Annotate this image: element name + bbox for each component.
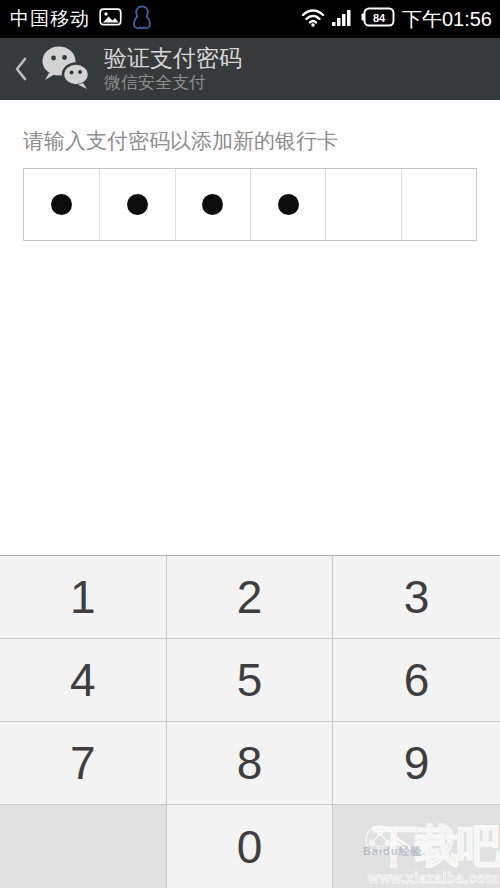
qq-icon	[131, 4, 153, 35]
watermark-title: 下载吧	[373, 824, 499, 868]
password-prompt: 请输入支付密码以添加新的银行卡	[23, 127, 477, 155]
password-digit-cell	[325, 169, 400, 240]
key-4[interactable]: 4	[0, 639, 167, 722]
back-button[interactable]	[12, 54, 30, 84]
watermark-logo-icon	[359, 820, 401, 874]
key-1[interactable]: 1	[0, 556, 167, 639]
password-digit-cell	[250, 169, 325, 240]
password-dot	[278, 194, 299, 215]
status-bar: 中国移动	[0, 0, 500, 38]
password-digit-cell	[401, 169, 476, 240]
key-3[interactable]: 3	[333, 556, 500, 639]
page-subtitle: 微信安全支付	[104, 72, 242, 93]
wifi-icon	[301, 8, 325, 31]
key-5[interactable]: 5	[167, 639, 334, 722]
signal-icon	[332, 8, 354, 31]
password-digit-cell	[175, 169, 250, 240]
image-icon	[99, 7, 122, 31]
password-dot	[202, 194, 223, 215]
numeric-keypad: 1 2 3 4 5 6 7 8 9 0	[0, 555, 500, 888]
password-digit-cell	[24, 169, 99, 240]
password-input	[23, 168, 477, 241]
key-blank	[0, 805, 167, 888]
key-0[interactable]: 0	[167, 805, 334, 888]
wechat-logo-icon	[38, 44, 92, 94]
key-2[interactable]: 2	[167, 556, 334, 639]
carrier-label: 中国移动	[10, 6, 90, 32]
key-8[interactable]: 8	[167, 722, 334, 805]
clock-label: 下午01:56	[402, 6, 492, 33]
key-9[interactable]: 9	[333, 722, 500, 805]
watermark-url: www.xiazaiba.com	[353, 870, 499, 886]
wechat-pay-password-screen: 中国移动	[0, 0, 500, 888]
key-6[interactable]: 6	[333, 639, 500, 722]
title-bar: 验证支付密码 微信安全支付	[0, 38, 500, 100]
password-dot	[127, 194, 148, 215]
key-7[interactable]: 7	[0, 722, 167, 805]
site-watermark: 下载吧 Baidu经验 www.xiazaiba.com	[353, 818, 499, 886]
key-delete[interactable]: 下载吧 Baidu经验 www.xiazaiba.com	[333, 805, 500, 888]
page-title: 验证支付密码	[104, 45, 242, 73]
watermark-badge: Baidu经验	[363, 844, 423, 859]
battery-icon: 84	[361, 7, 395, 31]
back-chevron-icon	[14, 55, 28, 83]
battery-percent: 84	[373, 12, 386, 24]
password-dot	[51, 194, 72, 215]
content-area: 请输入支付密码以添加新的银行卡	[0, 100, 500, 555]
password-digit-cell	[99, 169, 174, 240]
